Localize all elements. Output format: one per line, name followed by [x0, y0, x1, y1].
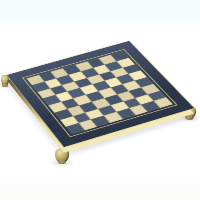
product-photo [0, 0, 200, 200]
chess-board [7, 41, 194, 147]
